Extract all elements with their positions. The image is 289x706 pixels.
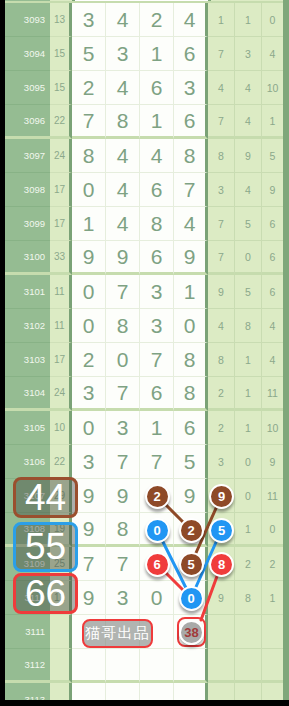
stat-cell: 10 — [262, 411, 283, 445]
digit-cell: 6 — [174, 105, 208, 139]
stat-cell — [235, 683, 262, 700]
marked-number-circle: 0 — [179, 586, 204, 611]
period-cell: 3112 — [5, 649, 50, 683]
stat-cell: 4 — [208, 71, 235, 105]
digit-cell: 7 — [140, 343, 174, 377]
pick-number: 38 — [179, 620, 204, 645]
digit-cell: 8 — [174, 377, 208, 411]
stat-cell: 7 — [208, 207, 235, 241]
digit-cell: 1 — [72, 207, 106, 241]
maker-watermark-label: 猫哥出品 — [82, 619, 153, 648]
digit-cell: 4 — [106, 207, 140, 241]
period-cell: 3113 — [5, 683, 50, 700]
stat-cell: 5 — [235, 207, 262, 241]
digit-cell: 0 — [106, 343, 140, 377]
sum-cell: 17 — [50, 343, 72, 377]
digit-cell: 3 — [140, 309, 174, 343]
digit-cell: 0 — [174, 309, 208, 343]
digit-cell: 3 — [106, 411, 140, 445]
digit-cell — [174, 683, 208, 700]
stat-cell: 9 — [208, 581, 235, 615]
sum-cell: 11 — [50, 309, 72, 343]
digit-cell: 5 — [72, 37, 106, 71]
digit-cell: 4 — [106, 3, 140, 37]
stat-cell: 5 — [235, 275, 262, 309]
digit-cell: 9 — [106, 241, 140, 275]
stat-cell — [235, 615, 262, 649]
stat-cell: 0 — [235, 445, 262, 479]
digit-cell: 3 — [72, 445, 106, 479]
digit-cell — [174, 649, 208, 683]
stat-cell: 2 — [208, 377, 235, 411]
digit-cell: 7 — [106, 377, 140, 411]
stat-cell: 1 — [262, 581, 283, 615]
stat-cell: 8 — [235, 309, 262, 343]
stat-cell — [208, 615, 235, 649]
stat-cell: 4 — [262, 37, 283, 71]
digit-cell: 7 — [106, 547, 140, 581]
sum-cell — [50, 683, 72, 700]
digit-cell: 8 — [140, 207, 174, 241]
stat-cell: 7 — [208, 105, 235, 139]
stat-cell: 8 — [208, 343, 235, 377]
stat-cell: 6 — [262, 241, 283, 275]
stat-cell: 2 — [235, 547, 262, 581]
digit-cell: 3 — [174, 71, 208, 105]
digit-cell: 6 — [174, 37, 208, 71]
period-cell: 3105 — [5, 411, 50, 445]
stat-cell: 2 — [262, 547, 283, 581]
digit-cell: 1 — [140, 105, 174, 139]
digit-cell: 1 — [140, 411, 174, 445]
marked-number-circle: 6 — [145, 552, 170, 577]
digit-cell: 2 — [140, 3, 174, 37]
stat-cell — [208, 649, 235, 683]
digit-cell: 7 — [174, 173, 208, 207]
stat-cell — [208, 683, 235, 700]
sum-cell: 11 — [50, 275, 72, 309]
sum-cell: 24 — [50, 139, 72, 173]
digit-cell: 5 — [174, 445, 208, 479]
marked-number-circle: 2 — [179, 518, 204, 543]
marked-number-circle: 5 — [179, 552, 204, 577]
sum-cell: 17 — [50, 207, 72, 241]
digit-cell: 0 — [72, 173, 106, 207]
digit-cell: 9 — [106, 479, 140, 513]
stat-cell: 6 — [262, 207, 283, 241]
period-cell: 3102 — [5, 309, 50, 343]
sum-cell — [50, 615, 72, 649]
stat-cell: 1 — [235, 513, 262, 547]
digit-cell: 4 — [140, 139, 174, 173]
stat-cell: 8 — [208, 139, 235, 173]
stat-cell: 11 — [262, 377, 283, 411]
digit-cell: 9 — [72, 241, 106, 275]
stat-cell: 9 — [208, 275, 235, 309]
marked-number-circle: 9 — [209, 484, 234, 509]
digit-cell: 3 — [140, 275, 174, 309]
stat-cell: 1 — [262, 105, 283, 139]
sum-cell — [50, 649, 72, 683]
stat-cell: 11 — [262, 479, 283, 513]
stat-cell: 0 — [262, 513, 283, 547]
stat-cell: 1 — [235, 411, 262, 445]
digit-cell: 0 — [72, 309, 106, 343]
digit-cell: 2 — [72, 71, 106, 105]
stat-cell: 1 — [235, 343, 262, 377]
digit-cell: 9 — [174, 241, 208, 275]
digit-cell: 6 — [174, 411, 208, 445]
sum-cell: 15 — [50, 37, 72, 71]
pair-badge-44: 44 — [13, 477, 78, 518]
stat-cell: 3 — [208, 445, 235, 479]
digit-cell: 0 — [72, 275, 106, 309]
period-cell: 3106 — [5, 445, 50, 479]
digit-cell: 9 — [174, 479, 208, 513]
digit-cell: 1 — [140, 37, 174, 71]
stat-cell: 4 — [235, 173, 262, 207]
stat-cell: 0 — [235, 479, 262, 513]
stat-cell: 4 — [235, 71, 262, 105]
sum-cell: 22 — [50, 445, 72, 479]
sum-cell: 17 — [50, 173, 72, 207]
sum-cell: 13 — [50, 3, 72, 37]
right-edge-strip — [283, 0, 289, 700]
sum-cell: 10 — [50, 411, 72, 445]
digit-cell: 8 — [72, 139, 106, 173]
marked-number-circle: 5 — [209, 518, 234, 543]
digit-cell: 4 — [106, 139, 140, 173]
digit-cell: 6 — [140, 241, 174, 275]
marked-number-circle: 2 — [145, 484, 170, 509]
stat-cell — [262, 649, 283, 683]
digit-cell: 6 — [140, 71, 174, 105]
period-cell: 3104 — [5, 377, 50, 411]
digit-cell: 3 — [72, 3, 106, 37]
period-cell: 3095 — [5, 71, 50, 105]
period-cell: 3099 — [5, 207, 50, 241]
period-cell: 3101 — [5, 275, 50, 309]
period-cell: 3111 — [5, 615, 50, 649]
digit-cell: 7 — [106, 445, 140, 479]
stat-cell — [262, 615, 283, 649]
stat-cell: 9 — [262, 173, 283, 207]
sum-cell: 24 — [50, 377, 72, 411]
period-cell: 3096 — [5, 105, 50, 139]
digit-cell: 6 — [140, 377, 174, 411]
bottom-black-bar — [0, 700, 289, 706]
digit-cell — [72, 649, 106, 683]
stat-cell: 6 — [262, 275, 283, 309]
digit-cell — [72, 683, 106, 700]
stat-cell: 4 — [262, 343, 283, 377]
digit-cell: 4 — [174, 3, 208, 37]
stat-cell: 4 — [262, 309, 283, 343]
digit-cell: 4 — [106, 173, 140, 207]
digit-cell: 3 — [72, 377, 106, 411]
stat-cell: 7 — [208, 241, 235, 275]
stat-cell: 2 — [208, 411, 235, 445]
stat-cell: 5 — [262, 139, 283, 173]
digit-cell — [140, 683, 174, 700]
period-cell: 3093 — [5, 3, 50, 37]
digit-cell: 8 — [106, 309, 140, 343]
digit-cell: 1 — [174, 275, 208, 309]
stat-cell: 7 — [208, 37, 235, 71]
sum-cell: 33 — [50, 241, 72, 275]
stat-cell: 0 — [235, 241, 262, 275]
digit-cell: 2 — [72, 343, 106, 377]
digit-cell: 0 — [140, 581, 174, 615]
digit-cell: 3 — [106, 581, 140, 615]
stat-cell: 1 — [235, 3, 262, 37]
digit-cell: 7 — [72, 105, 106, 139]
pick-badge: 38 — [177, 617, 206, 647]
stat-cell: 1 — [208, 3, 235, 37]
period-cell: 3094 — [5, 37, 50, 71]
stat-cell: 8 — [235, 581, 262, 615]
period-cell: 3103 — [5, 343, 50, 377]
stat-cell: 10 — [262, 71, 283, 105]
stat-cell: 4 — [208, 309, 235, 343]
pair-badge-55: 55 — [13, 522, 78, 572]
digit-cell: 8 — [106, 513, 140, 547]
digit-cell — [140, 649, 174, 683]
period-cell: 3097 — [5, 139, 50, 173]
stat-cell: 9 — [262, 445, 283, 479]
stat-cell: 0 — [262, 3, 283, 37]
digit-cell — [106, 683, 140, 700]
digit-cell — [106, 649, 140, 683]
pair-badge-66: 66 — [13, 573, 78, 614]
marked-number-circle: 0 — [145, 518, 170, 543]
stat-cell: 3 — [208, 173, 235, 207]
digit-cell: 8 — [174, 139, 208, 173]
digit-cell: 4 — [106, 71, 140, 105]
digit-cell: 4 — [174, 207, 208, 241]
digit-cell: 3 — [106, 37, 140, 71]
digit-cell: 6 — [140, 173, 174, 207]
stat-cell — [235, 649, 262, 683]
stat-cell: 1 — [235, 377, 262, 411]
stat-cell — [262, 683, 283, 700]
stat-cell: 9 — [235, 139, 262, 173]
digit-cell: 8 — [174, 343, 208, 377]
period-cell: 3100 — [5, 241, 50, 275]
marked-number-circle: 8 — [209, 552, 234, 577]
digit-cell: 7 — [140, 445, 174, 479]
digit-cell: 0 — [72, 411, 106, 445]
lottery-trend-chart-screen: 3093133424110309415531673430951524634410… — [0, 0, 289, 706]
period-cell: 3098 — [5, 173, 50, 207]
sum-cell: 22 — [50, 105, 72, 139]
stat-cell: 3 — [235, 37, 262, 71]
digit-cell: 8 — [106, 105, 140, 139]
stat-cell: 4 — [235, 105, 262, 139]
digit-cell: 7 — [106, 275, 140, 309]
sum-cell: 15 — [50, 71, 72, 105]
